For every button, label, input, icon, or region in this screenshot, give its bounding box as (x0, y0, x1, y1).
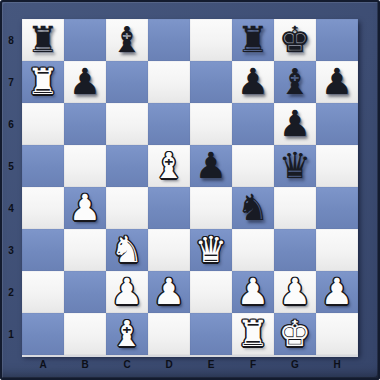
square-f3[interactable] (232, 229, 274, 271)
file-label-g: G (274, 355, 316, 374)
white-rook[interactable]: ♜ (232, 313, 274, 355)
square-f8[interactable]: ♜ (232, 19, 274, 61)
black-pawn[interactable]: ♟ (64, 61, 106, 103)
square-c4[interactable] (106, 187, 148, 229)
black-bishop[interactable]: ♝ (274, 61, 316, 103)
rank-label-8: 8 (0, 19, 22, 61)
square-a3[interactable] (22, 229, 64, 271)
square-f2[interactable]: ♟ (232, 271, 274, 313)
white-knight[interactable]: ♞ (106, 229, 148, 271)
square-f1[interactable]: ♜ (232, 313, 274, 355)
square-h8[interactable] (316, 19, 358, 61)
square-d6[interactable] (148, 103, 190, 145)
white-pawn[interactable]: ♟ (316, 271, 358, 313)
square-e3[interactable]: ♛ (190, 229, 232, 271)
file-labels: ABCDEFGH (22, 355, 358, 374)
square-h7[interactable]: ♟ (316, 61, 358, 103)
white-bishop[interactable]: ♝ (148, 145, 190, 187)
rank-label-1: 1 (0, 313, 22, 355)
white-king[interactable]: ♚ (274, 313, 316, 355)
square-h1[interactable] (316, 313, 358, 355)
rank-label-7: 7 (0, 61, 22, 103)
square-d5[interactable]: ♝ (148, 145, 190, 187)
file-label-h: H (316, 355, 358, 374)
file-label-b: B (64, 355, 106, 374)
square-h2[interactable]: ♟ (316, 271, 358, 313)
square-e4[interactable] (190, 187, 232, 229)
square-g2[interactable]: ♟ (274, 271, 316, 313)
square-g8[interactable]: ♚ (274, 19, 316, 61)
chess-board[interactable]: ♜♝♜♚♜♟♟♝♟♟♝♟♛♟♞♞♛♟♟♟♟♟♝♜♚ (22, 19, 358, 355)
square-b6[interactable] (64, 103, 106, 145)
square-c1[interactable]: ♝ (106, 313, 148, 355)
square-a4[interactable] (22, 187, 64, 229)
square-e1[interactable] (190, 313, 232, 355)
white-pawn[interactable]: ♟ (148, 271, 190, 313)
white-pawn[interactable]: ♟ (274, 271, 316, 313)
square-e6[interactable] (190, 103, 232, 145)
square-b8[interactable] (64, 19, 106, 61)
square-d4[interactable] (148, 187, 190, 229)
square-d2[interactable]: ♟ (148, 271, 190, 313)
white-pawn[interactable]: ♟ (106, 271, 148, 313)
black-rook[interactable]: ♜ (232, 19, 274, 61)
square-h3[interactable] (316, 229, 358, 271)
square-a6[interactable] (22, 103, 64, 145)
black-pawn[interactable]: ♟ (232, 61, 274, 103)
square-g6[interactable]: ♟ (274, 103, 316, 145)
square-h5[interactable] (316, 145, 358, 187)
square-e5[interactable]: ♟ (190, 145, 232, 187)
square-e8[interactable] (190, 19, 232, 61)
black-king[interactable]: ♚ (274, 19, 316, 61)
black-queen[interactable]: ♛ (274, 145, 316, 187)
black-pawn[interactable]: ♟ (274, 103, 316, 145)
file-label-d: D (148, 355, 190, 374)
square-d3[interactable] (148, 229, 190, 271)
square-a1[interactable] (22, 313, 64, 355)
file-label-f: F (232, 355, 274, 374)
square-c7[interactable] (106, 61, 148, 103)
square-a2[interactable] (22, 271, 64, 313)
square-g3[interactable] (274, 229, 316, 271)
square-g7[interactable]: ♝ (274, 61, 316, 103)
rank-label-6: 6 (0, 103, 22, 145)
black-knight[interactable]: ♞ (232, 187, 274, 229)
rank-label-4: 4 (0, 187, 22, 229)
square-c2[interactable]: ♟ (106, 271, 148, 313)
square-g4[interactable] (274, 187, 316, 229)
square-h6[interactable] (316, 103, 358, 145)
square-e2[interactable] (190, 271, 232, 313)
square-b5[interactable] (64, 145, 106, 187)
square-a8[interactable]: ♜ (22, 19, 64, 61)
square-b3[interactable] (64, 229, 106, 271)
white-rook[interactable]: ♜ (22, 61, 64, 103)
rank-label-5: 5 (0, 145, 22, 187)
square-c5[interactable] (106, 145, 148, 187)
white-bishop[interactable]: ♝ (106, 313, 148, 355)
square-d7[interactable] (148, 61, 190, 103)
rank-label-3: 3 (0, 229, 22, 271)
black-pawn[interactable]: ♟ (190, 145, 232, 187)
square-b1[interactable] (64, 313, 106, 355)
white-queen[interactable]: ♛ (190, 229, 232, 271)
square-a5[interactable] (22, 145, 64, 187)
black-pawn[interactable]: ♟ (316, 61, 358, 103)
file-label-c: C (106, 355, 148, 374)
board-frame: 87654321 ♜♝♜♚♜♟♟♝♟♟♝♟♛♟♞♞♛♟♟♟♟♟♝♜♚ ABCDE… (0, 0, 380, 380)
white-pawn[interactable]: ♟ (64, 187, 106, 229)
square-a7[interactable]: ♜ (22, 61, 64, 103)
rank-label-2: 2 (0, 271, 22, 313)
square-c3[interactable]: ♞ (106, 229, 148, 271)
black-bishop[interactable]: ♝ (106, 19, 148, 61)
square-c8[interactable]: ♝ (106, 19, 148, 61)
square-b7[interactable]: ♟ (64, 61, 106, 103)
square-h4[interactable] (316, 187, 358, 229)
square-f7[interactable]: ♟ (232, 61, 274, 103)
square-g5[interactable]: ♛ (274, 145, 316, 187)
square-f6[interactable] (232, 103, 274, 145)
file-label-e: E (190, 355, 232, 374)
square-f4[interactable]: ♞ (232, 187, 274, 229)
square-d8[interactable] (148, 19, 190, 61)
square-b2[interactable] (64, 271, 106, 313)
square-g1[interactable]: ♚ (274, 313, 316, 355)
white-pawn[interactable]: ♟ (232, 271, 274, 313)
square-b4[interactable]: ♟ (64, 187, 106, 229)
square-e7[interactable] (190, 61, 232, 103)
rank-labels: 87654321 (0, 19, 22, 355)
square-c6[interactable] (106, 103, 148, 145)
square-d1[interactable] (148, 313, 190, 355)
square-f5[interactable] (232, 145, 274, 187)
black-rook[interactable]: ♜ (22, 19, 64, 61)
file-label-a: A (22, 355, 64, 374)
